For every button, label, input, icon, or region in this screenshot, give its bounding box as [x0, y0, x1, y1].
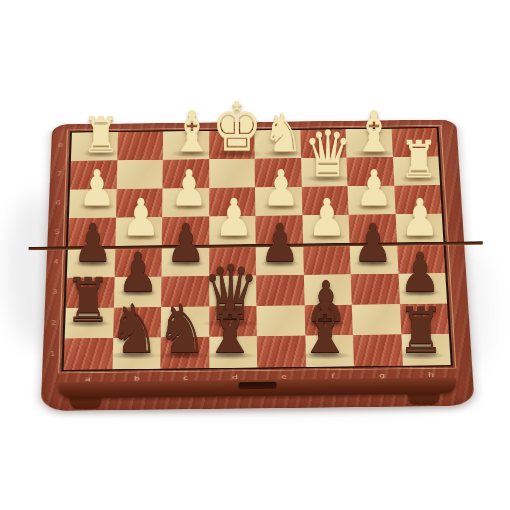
square-b7[interactable]: [116, 160, 163, 189]
piece-brown-bishop-d1[interactable]: ♝: [202, 292, 257, 364]
piece-white-queen-f7[interactable]: ♛: [303, 122, 352, 186]
square-g2[interactable]: [352, 304, 401, 335]
piece-brown-knight-b1[interactable]: ♞: [108, 296, 159, 363]
piece-brown-rook-a2[interactable]: ♜: [65, 270, 111, 331]
piece-brown-knight-c1[interactable]: ♞: [156, 296, 207, 363]
piece-white-bishop-g8[interactable]: ♝: [352, 104, 395, 160]
piece-brown-pawn-c4[interactable]: ♟: [166, 217, 206, 270]
rank-label-6: 6: [55, 201, 60, 206]
rank-label-3: 3: [52, 290, 58, 295]
piece-white-pawn-a6[interactable]: ♟: [78, 164, 116, 213]
rank-label-7: 7: [57, 172, 62, 177]
piece-brown-bishop-f1[interactable]: ♝: [298, 292, 353, 364]
piece-brown-pawn-h3[interactable]: ♟: [400, 245, 442, 300]
piece-white-pawn-h5[interactable]: ♟: [401, 192, 440, 243]
square-g3[interactable]: [351, 274, 400, 305]
piece-white-knight-e8[interactable]: ♞: [263, 107, 303, 160]
piece-white-rook-h7[interactable]: ♜: [400, 134, 439, 185]
piece-white-pawn-d5[interactable]: ♟: [215, 192, 254, 243]
piece-white-rook-a8[interactable]: ♜: [82, 111, 120, 160]
piece-brown-pawn-g4[interactable]: ♟: [353, 217, 393, 270]
rank-label-2: 2: [51, 321, 57, 326]
piece-white-pawn-b5[interactable]: ♟: [122, 192, 161, 243]
piece-brown-pawn-e4[interactable]: ♟: [260, 217, 300, 270]
rank-label-8: 8: [58, 143, 63, 148]
square-a1[interactable]: [64, 338, 113, 370]
rank-label-5: 5: [54, 230, 59, 235]
board-latch[interactable]: [238, 382, 276, 389]
square-g1[interactable]: [353, 335, 403, 367]
square-b8[interactable]: [117, 131, 163, 160]
piece-white-pawn-f5[interactable]: ♟: [308, 192, 347, 243]
piece-white-pawn-c6[interactable]: ♟: [170, 164, 208, 213]
piece-white-pawn-e6[interactable]: ♟: [263, 164, 301, 213]
piece-brown-pawn-a4[interactable]: ♟: [73, 217, 113, 270]
photo-canvas: { "game": "chess", "board": { "files": […: [0, 0, 510, 510]
piece-white-king-d8[interactable]: ♚: [212, 94, 263, 161]
rank-label-4: 4: [53, 260, 58, 265]
piece-white-pawn-g6[interactable]: ♟: [355, 164, 393, 213]
piece-brown-rook-h1[interactable]: ♜: [397, 300, 445, 363]
rank-label-1: 1: [50, 352, 56, 357]
piece-white-bishop-c8[interactable]: ♝: [170, 104, 213, 160]
